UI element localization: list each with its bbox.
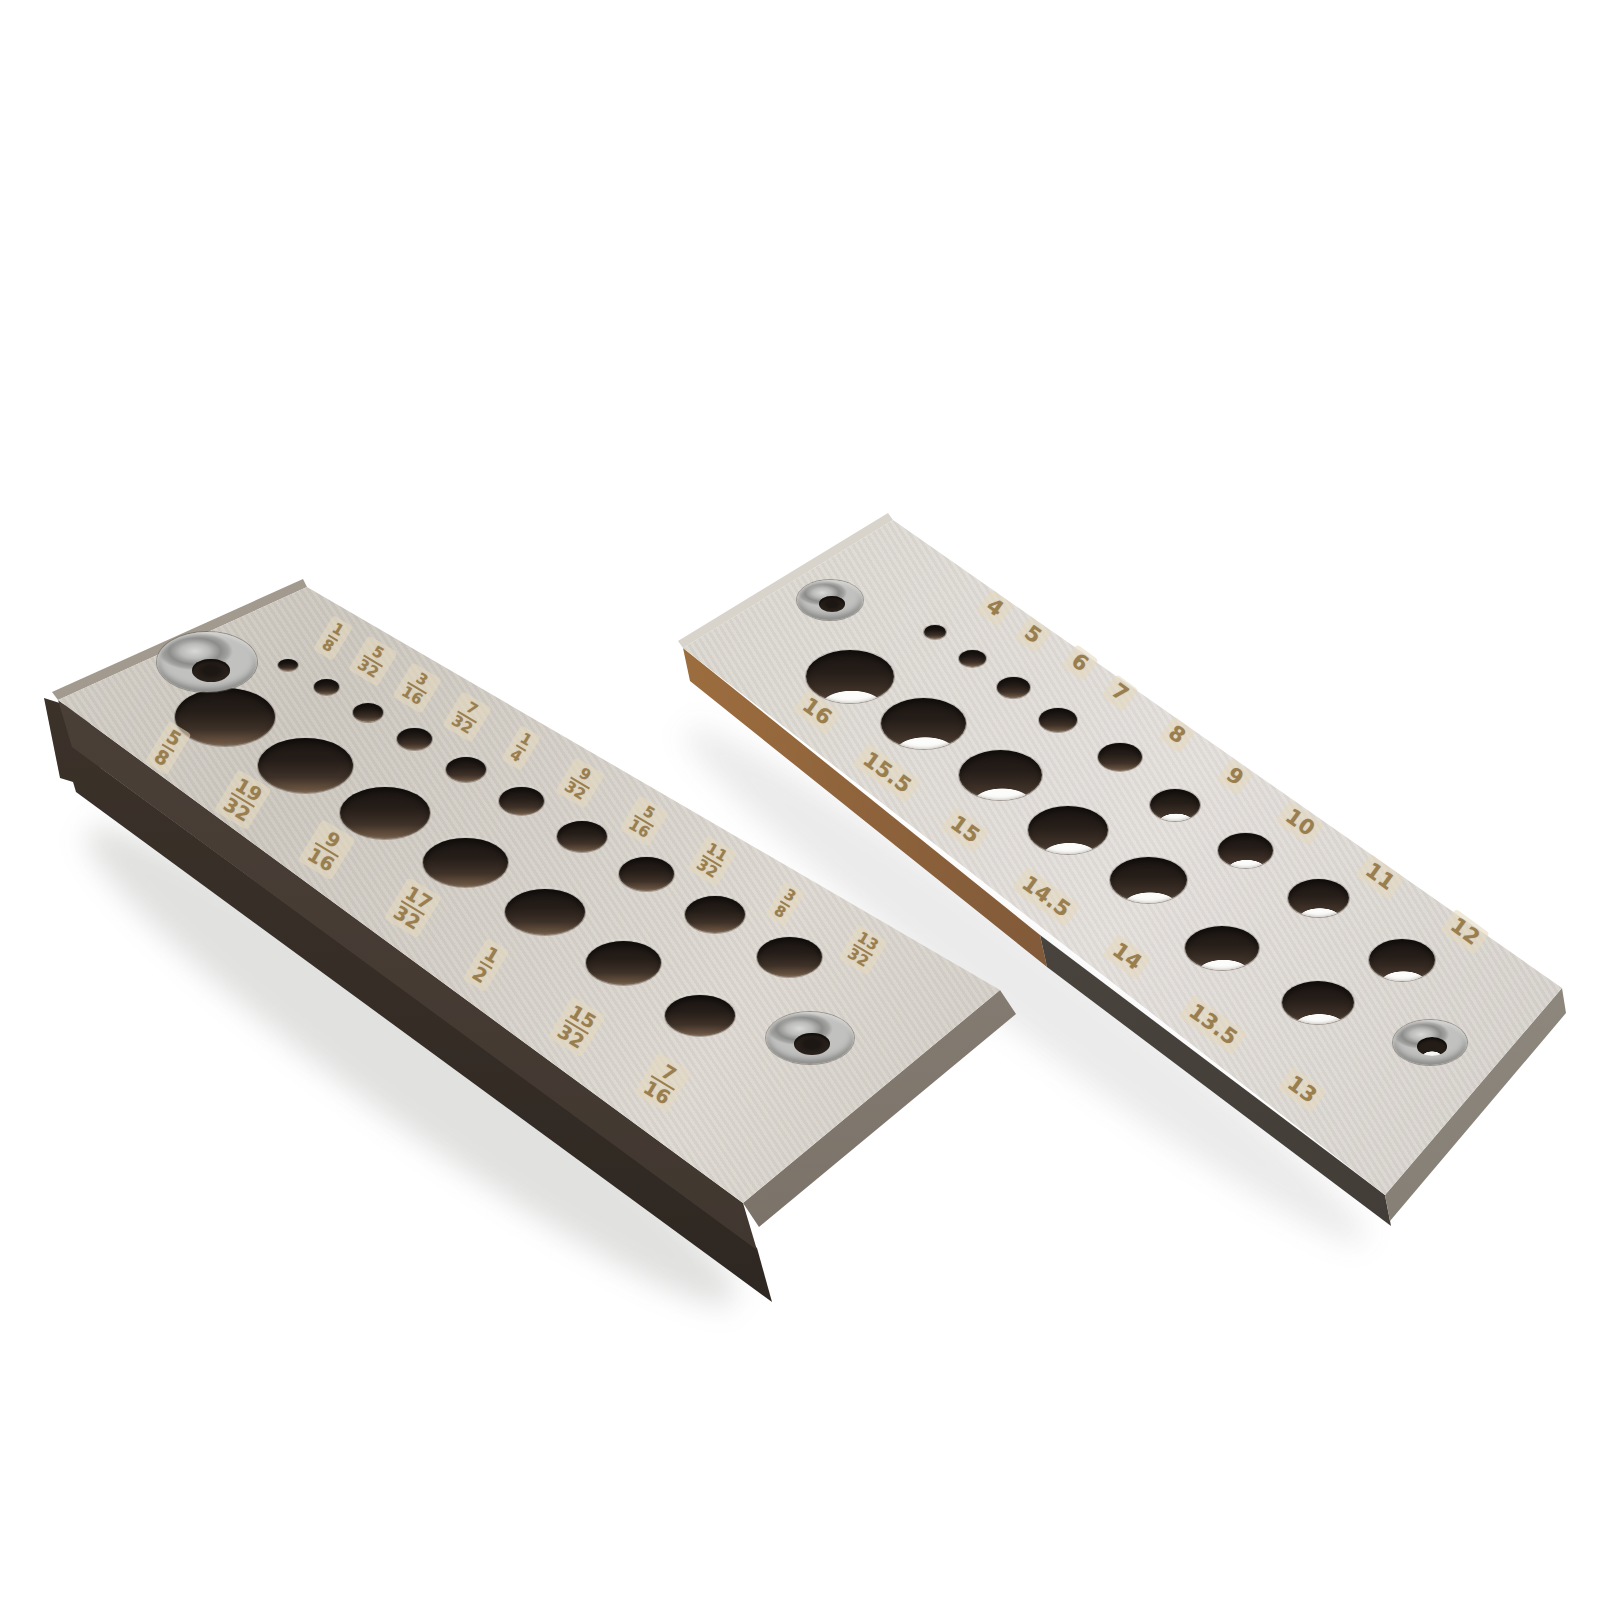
left_plate-countersink-bore-2: [794, 1033, 830, 1055]
right_plate-hole-13: [1282, 981, 1354, 1024]
left_plate-hole-9-32: [499, 787, 544, 815]
left_plate-hole-11-32: [619, 857, 674, 891]
right_plate-hole-13-5: [1185, 926, 1259, 970]
left_plate-hole-1-4: [446, 757, 486, 782]
right_plate-hole-11: [1288, 879, 1349, 917]
right_plate-countersink-bore-1: [819, 596, 845, 612]
right_plate-hole-14-5: [1028, 806, 1108, 854]
right_plate-hole-4: [924, 625, 946, 639]
left_plate-hole-7-32: [397, 728, 432, 750]
left_plate-hole-1-8: [278, 659, 298, 671]
left_plate-hole-13-32: [757, 937, 822, 977]
left_plate-hole-7-16: [665, 995, 735, 1036]
right_plate-hole-7: [1039, 708, 1077, 732]
right_plate-hole-9: [1150, 789, 1200, 821]
right_plate-hole-8: [1098, 743, 1142, 771]
left_plate-hole-3-16: [353, 703, 383, 722]
left_plate-hole-15-32: [586, 941, 661, 985]
left_plate-hole-5-32: [314, 679, 339, 695]
left_plate-hole-5-16: [557, 821, 607, 852]
right_plate-hole-6: [997, 677, 1030, 698]
right_plate-hole-14: [1110, 857, 1187, 903]
right_plate-hole-12: [1369, 939, 1435, 981]
right_plate-hole-15-5: [881, 698, 966, 749]
left_plate-hole-17-32: [423, 838, 508, 887]
right_plate-hole-15: [959, 750, 1042, 800]
left_plate-hole-1-2: [505, 889, 585, 935]
left_plate-hole-19-32: [258, 738, 353, 793]
left_plate-hole-5-8: [175, 688, 275, 746]
left_plate-hole-3-8: [685, 896, 745, 933]
left_plate-countersink-bore-1: [192, 659, 230, 682]
right_plate-countersink-bore-2: [1417, 1037, 1447, 1056]
right_plate-hole-10: [1218, 833, 1273, 868]
right_plate-hole-16: [806, 650, 894, 703]
right_plate-hole-5: [959, 650, 986, 667]
left_plate-hole-9-16: [340, 787, 430, 839]
photo-canvas: 1853231673214932516113238133258193291617…: [0, 0, 1600, 1600]
